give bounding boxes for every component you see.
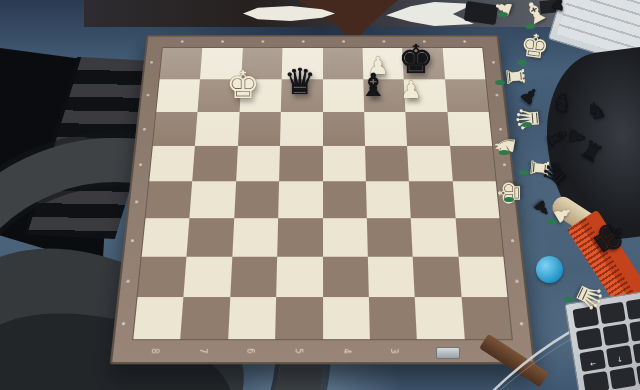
square-b8[interactable] bbox=[138, 257, 187, 297]
frame-dot bbox=[302, 40, 305, 42]
frame-dot bbox=[261, 40, 264, 42]
square-e7[interactable] bbox=[193, 146, 238, 181]
green-felt-base bbox=[498, 12, 508, 17]
square-b4[interactable] bbox=[323, 257, 369, 297]
square-f6[interactable] bbox=[238, 112, 281, 146]
white-pawn-g2[interactable]: ♟ bbox=[400, 78, 422, 102]
square-d7[interactable] bbox=[190, 181, 236, 218]
captured-white-knight: ♞ bbox=[490, 132, 520, 159]
frame-dot bbox=[499, 128, 502, 131]
square-c7[interactable] bbox=[187, 218, 234, 257]
board-grid bbox=[132, 47, 513, 340]
green-felt-base bbox=[522, 122, 532, 127]
square-f3[interactable] bbox=[364, 112, 407, 146]
frame-dot bbox=[122, 322, 126, 325]
square-d2[interactable] bbox=[409, 181, 455, 218]
green-felt-base bbox=[504, 197, 514, 202]
keyboard-key-↓[interactable]: ↓ bbox=[606, 345, 633, 368]
square-f1[interactable] bbox=[447, 112, 492, 146]
frame-dot bbox=[495, 94, 498, 96]
square-h1[interactable] bbox=[442, 48, 485, 79]
square-f7[interactable] bbox=[195, 112, 239, 146]
frame-dot bbox=[146, 94, 149, 96]
board-connector bbox=[436, 347, 460, 359]
blue-bottle-cap bbox=[536, 256, 563, 283]
square-e5[interactable] bbox=[279, 146, 322, 181]
black-queen-g5[interactable]: ♛ bbox=[284, 64, 316, 100]
square-b3[interactable] bbox=[368, 257, 415, 297]
frame-dot bbox=[131, 239, 134, 242]
green-felt-base bbox=[519, 170, 529, 175]
square-b6[interactable] bbox=[230, 257, 277, 297]
square-d6[interactable] bbox=[234, 181, 279, 218]
square-f2[interactable] bbox=[406, 112, 450, 146]
rank-label: 5 bbox=[289, 328, 307, 376]
rank-label: 4 bbox=[337, 328, 355, 376]
square-c4[interactable] bbox=[323, 218, 368, 257]
square-e6[interactable] bbox=[236, 146, 280, 181]
black-king-h2[interactable]: ♚ bbox=[398, 39, 434, 79]
square-d4[interactable] bbox=[323, 181, 367, 218]
frame-dot bbox=[492, 61, 495, 63]
square-h8[interactable] bbox=[160, 48, 203, 79]
keyboard-key[interactable] bbox=[603, 323, 630, 346]
square-e4[interactable] bbox=[323, 146, 366, 181]
green-felt-base bbox=[495, 80, 505, 85]
black-bishop-g3[interactable]: ♝ bbox=[359, 69, 388, 101]
square-c5[interactable] bbox=[277, 218, 322, 257]
rank-label: 7 bbox=[192, 328, 213, 376]
photo-scene: 87654321 ♟♚♚♛♝♟ ←↓→ ♟♝♟♚♜♟♛♞♝♟♞♜♜♛♚♟♟♞♚♛ bbox=[0, 0, 640, 390]
green-felt-base bbox=[499, 150, 509, 155]
square-e3[interactable] bbox=[365, 146, 409, 181]
square-h4[interactable] bbox=[323, 48, 364, 79]
frame-dot bbox=[221, 40, 224, 42]
keyboard-key[interactable] bbox=[629, 319, 640, 342]
frame-dot bbox=[463, 40, 466, 42]
keyboard-key[interactable] bbox=[576, 328, 603, 351]
square-g1[interactable] bbox=[445, 79, 489, 112]
rank-label: 6 bbox=[241, 328, 260, 376]
square-c6[interactable] bbox=[232, 218, 278, 257]
frame-dot bbox=[520, 322, 524, 325]
keyboard-key[interactable] bbox=[583, 371, 610, 390]
frame-dot bbox=[150, 61, 153, 63]
green-felt-base bbox=[547, 219, 557, 224]
square-b7[interactable] bbox=[184, 257, 232, 297]
captured-white-rook: ♜ bbox=[502, 65, 528, 89]
frame-dot bbox=[383, 40, 386, 42]
frame-dot bbox=[135, 200, 138, 203]
square-d8[interactable] bbox=[146, 181, 193, 218]
square-e8[interactable] bbox=[149, 146, 195, 181]
square-c8[interactable] bbox=[142, 218, 190, 257]
frame-dot bbox=[511, 239, 514, 242]
captured-white-king: ♚ bbox=[518, 28, 551, 64]
frame-dot bbox=[342, 40, 345, 42]
square-f8[interactable] bbox=[153, 112, 198, 146]
frame-dot bbox=[515, 280, 518, 283]
keyboard-key[interactable] bbox=[626, 297, 640, 320]
rank-label: 3 bbox=[385, 328, 404, 376]
square-g8[interactable] bbox=[156, 79, 200, 112]
square-d3[interactable] bbox=[366, 181, 411, 218]
white-king-g7[interactable]: ♚ bbox=[226, 66, 260, 104]
keyboard-key-←[interactable]: ← bbox=[579, 349, 606, 372]
square-b5[interactable] bbox=[276, 257, 322, 297]
keyboard-key[interactable] bbox=[609, 367, 636, 390]
square-c2[interactable] bbox=[411, 218, 458, 257]
frame-dot bbox=[126, 280, 129, 283]
frame-dot bbox=[503, 163, 506, 166]
green-felt-base bbox=[564, 297, 574, 302]
captured-white-king: ♚ bbox=[495, 180, 525, 207]
keyboard-key-→[interactable]: → bbox=[633, 341, 640, 364]
frame-dot bbox=[181, 40, 184, 42]
frame-dot bbox=[143, 128, 146, 131]
captured-white-queen: ♛ bbox=[512, 104, 544, 133]
square-c3[interactable] bbox=[367, 218, 413, 257]
square-b1[interactable] bbox=[458, 257, 507, 297]
square-f4[interactable] bbox=[323, 112, 365, 146]
board-frame: 87654321 bbox=[110, 35, 535, 364]
keyboard-key[interactable] bbox=[636, 363, 640, 386]
square-c1[interactable] bbox=[455, 218, 503, 257]
square-f5[interactable] bbox=[280, 112, 322, 146]
chess-board[interactable]: 87654321 bbox=[110, 35, 535, 364]
square-e2[interactable] bbox=[407, 146, 452, 181]
square-b2[interactable] bbox=[413, 257, 461, 297]
square-d5[interactable] bbox=[278, 181, 322, 218]
frame-dot bbox=[139, 163, 142, 166]
